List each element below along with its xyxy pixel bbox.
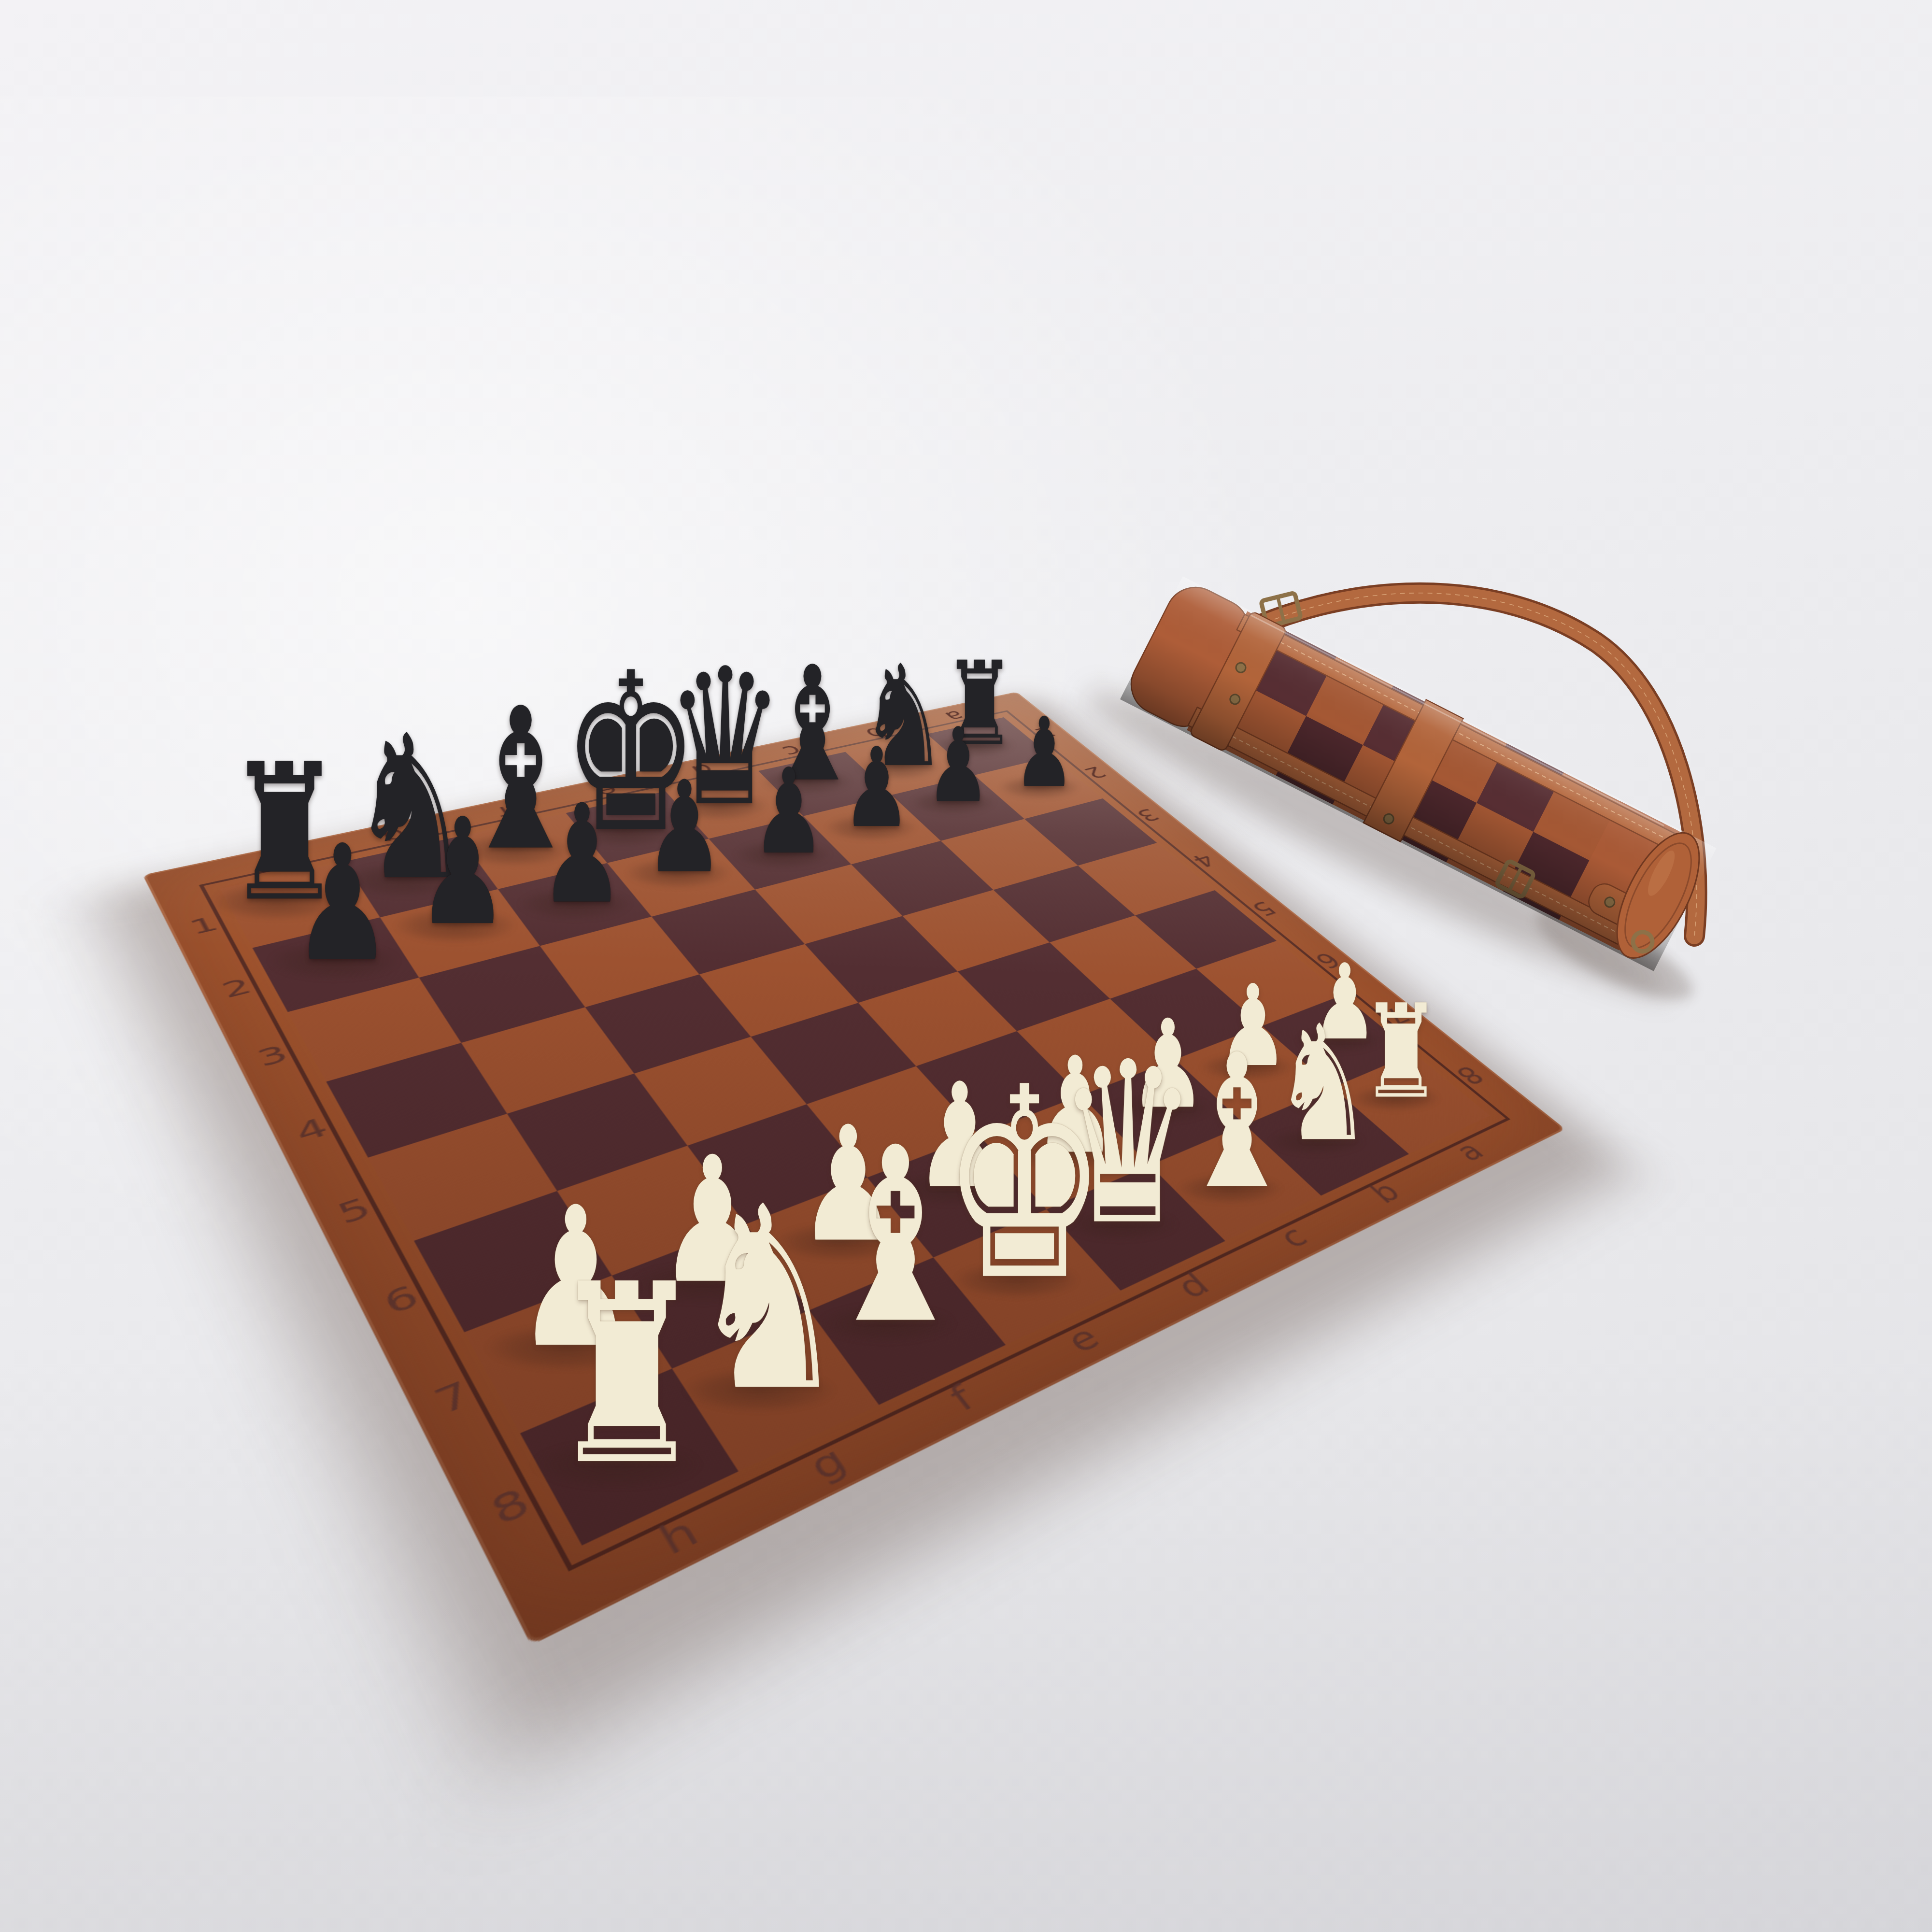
carry-tube-group — [0, 0, 1932, 1932]
studio-photo-chess-set: { "meta": { "subject": "Product photo: r… — [0, 0, 1932, 1932]
carry-tube — [1071, 561, 1756, 1030]
scene: hhggffeeddccbbaa1122334455667788 ♜♞♝♛♚♝♞… — [0, 0, 1932, 1932]
